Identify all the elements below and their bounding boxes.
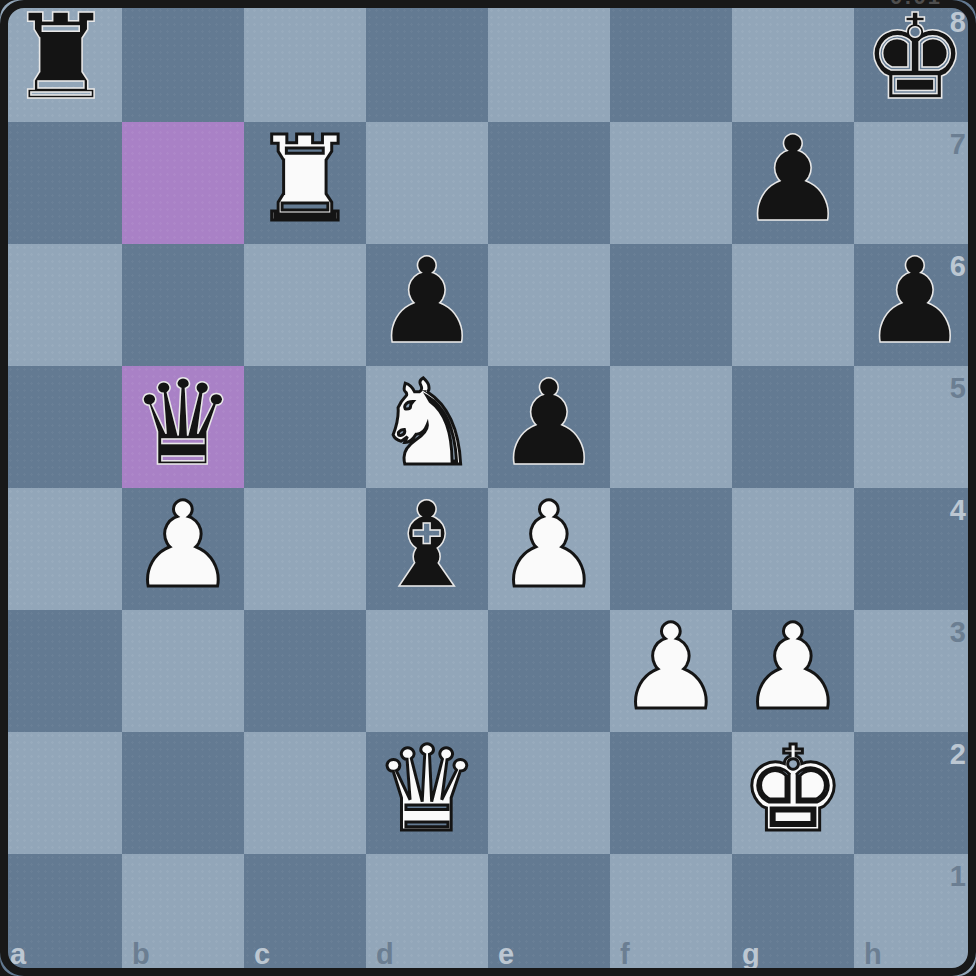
white-knight[interactable]: ♞ — [374, 362, 480, 484]
square-b6[interactable] — [122, 244, 244, 366]
square-b8[interactable] — [122, 0, 244, 122]
black-pawn[interactable]: ♟ — [740, 118, 846, 240]
file-label-d: d — [376, 940, 394, 969]
square-b3[interactable] — [122, 610, 244, 732]
square-b5[interactable]: ♛ — [122, 366, 244, 488]
file-label-b: b — [132, 940, 150, 969]
clipped-clock-text: 0:01 — [890, 0, 942, 10]
rank-label-2: 2 — [950, 740, 966, 769]
black-queen[interactable]: ♛ — [130, 362, 236, 484]
rank-label-5: 5 — [950, 374, 966, 403]
rank-label-4: 4 — [950, 496, 966, 525]
square-d7[interactable] — [366, 122, 488, 244]
square-g5[interactable] — [732, 366, 854, 488]
file-label-c: c — [254, 940, 270, 969]
square-d1[interactable]: d — [366, 854, 488, 976]
square-e1[interactable]: e — [488, 854, 610, 976]
square-h7[interactable]: 7 — [854, 122, 976, 244]
rank-label-8: 8 — [950, 8, 966, 37]
square-g7[interactable]: ♟ — [732, 122, 854, 244]
square-f3[interactable]: ♟ — [610, 610, 732, 732]
white-pawn[interactable]: ♟ — [740, 606, 846, 728]
white-pawn[interactable]: ♟ — [496, 484, 602, 606]
square-e8[interactable] — [488, 0, 610, 122]
square-c8[interactable] — [244, 0, 366, 122]
black-rook[interactable]: ♜ — [8, 0, 114, 118]
square-c3[interactable] — [244, 610, 366, 732]
file-label-h: h — [864, 940, 882, 969]
square-h5[interactable]: 5 — [854, 366, 976, 488]
square-e4[interactable]: ♟ — [488, 488, 610, 610]
rank-label-3: 3 — [950, 618, 966, 647]
square-h4[interactable]: 4 — [854, 488, 976, 610]
white-king[interactable]: ♚ — [740, 728, 846, 850]
square-c7[interactable]: ♜ — [244, 122, 366, 244]
square-d2[interactable]: ♛ — [366, 732, 488, 854]
square-d4[interactable]: ♝ — [366, 488, 488, 610]
black-pawn[interactable]: ♟ — [374, 240, 480, 362]
square-a2[interactable] — [0, 732, 122, 854]
square-h3[interactable]: 3 — [854, 610, 976, 732]
square-a1[interactable]: a — [0, 854, 122, 976]
square-a5[interactable] — [0, 366, 122, 488]
rank-label-1: 1 — [950, 862, 966, 891]
square-g1[interactable]: g — [732, 854, 854, 976]
square-h6[interactable]: ♟6 — [854, 244, 976, 366]
white-pawn[interactable]: ♟ — [130, 484, 236, 606]
white-pawn[interactable]: ♟ — [618, 606, 724, 728]
square-h2[interactable]: 2 — [854, 732, 976, 854]
square-g8[interactable] — [732, 0, 854, 122]
square-g3[interactable]: ♟ — [732, 610, 854, 732]
square-c6[interactable] — [244, 244, 366, 366]
square-f5[interactable] — [610, 366, 732, 488]
square-h8[interactable]: ♚8 — [854, 0, 976, 122]
square-g2[interactable]: ♚ — [732, 732, 854, 854]
square-f7[interactable] — [610, 122, 732, 244]
square-h1[interactable]: h1 — [854, 854, 976, 976]
square-f8[interactable] — [610, 0, 732, 122]
white-rook[interactable]: ♜ — [252, 118, 358, 240]
square-a3[interactable] — [0, 610, 122, 732]
black-bishop[interactable]: ♝ — [374, 484, 480, 606]
square-e5[interactable]: ♟ — [488, 366, 610, 488]
square-d3[interactable] — [366, 610, 488, 732]
square-d6[interactable]: ♟ — [366, 244, 488, 366]
chess-board[interactable]: ♜♚8♜♟7♟♟6♛♞♟5♟♝♟4♟♟3♛♚2abcdefgh1 — [0, 0, 976, 976]
square-f6[interactable] — [610, 244, 732, 366]
file-label-f: f — [620, 940, 630, 969]
square-g6[interactable] — [732, 244, 854, 366]
square-a8[interactable]: ♜ — [0, 0, 122, 122]
square-f1[interactable]: f — [610, 854, 732, 976]
file-label-e: e — [498, 940, 514, 969]
square-f4[interactable] — [610, 488, 732, 610]
square-b2[interactable] — [122, 732, 244, 854]
file-label-a: a — [10, 940, 26, 969]
rank-label-6: 6 — [950, 252, 966, 281]
square-d5[interactable]: ♞ — [366, 366, 488, 488]
square-c2[interactable] — [244, 732, 366, 854]
square-e7[interactable] — [488, 122, 610, 244]
square-c4[interactable] — [244, 488, 366, 610]
chess-app-stage: 0:01 ♜♚8♜♟7♟♟6♛♞♟5♟♝♟4♟♟3♛♚2abcdefgh1 — [0, 0, 976, 976]
square-b7[interactable] — [122, 122, 244, 244]
square-a4[interactable] — [0, 488, 122, 610]
rank-label-7: 7 — [950, 130, 966, 159]
square-e6[interactable] — [488, 244, 610, 366]
square-c1[interactable]: c — [244, 854, 366, 976]
square-a7[interactable] — [0, 122, 122, 244]
square-a6[interactable] — [0, 244, 122, 366]
black-pawn[interactable]: ♟ — [496, 362, 602, 484]
square-b1[interactable]: b — [122, 854, 244, 976]
square-c5[interactable] — [244, 366, 366, 488]
square-b4[interactable]: ♟ — [122, 488, 244, 610]
square-e3[interactable] — [488, 610, 610, 732]
square-e2[interactable] — [488, 732, 610, 854]
square-d8[interactable] — [366, 0, 488, 122]
white-queen[interactable]: ♛ — [374, 728, 480, 850]
square-g4[interactable] — [732, 488, 854, 610]
square-f2[interactable] — [610, 732, 732, 854]
file-label-g: g — [742, 940, 760, 969]
